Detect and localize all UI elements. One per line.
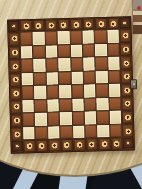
gold-ring-ornament-icon [11,76,19,84]
board-square-e5[interactable] [71,71,83,84]
gold-ring-ornament-icon [38,142,46,150]
board-square-f3[interactable] [84,98,96,111]
board-clasp-latch [130,79,137,89]
gold-ring-ornament-icon [22,22,30,30]
gold-ring-ornament-icon [123,113,131,121]
frame-ornament-cell [60,139,73,151]
board-square-h1[interactable] [110,124,122,137]
gold-ring-ornament-icon [12,89,20,97]
board-square-f2[interactable] [85,111,97,124]
frame-ornament-cell [11,127,22,141]
frame-ornament-cell [48,139,61,151]
gold-ring-ornament-icon [121,32,129,40]
board-square-g4[interactable] [96,84,108,97]
frame-ornament-cell [23,140,36,152]
gold-ring-ornament-icon [13,130,21,138]
frame-ornament-cell [82,18,95,29]
frame-ornament-cell [122,110,133,124]
board-square-c2[interactable] [48,112,60,125]
frame-ornament-cell [9,59,20,73]
gold-ring-ornament-icon [122,59,130,67]
board-square-b1[interactable] [36,126,48,139]
board-square-f6[interactable] [83,57,95,70]
board-square-d8[interactable] [58,31,70,44]
board-square-b5[interactable] [34,72,46,85]
board-square-f8[interactable] [82,30,94,43]
board-square-a8[interactable] [21,32,33,45]
board-square-g7[interactable] [95,43,107,56]
board-square-c5[interactable] [46,72,58,85]
board-square-h4[interactable] [109,84,121,97]
board-square-c8[interactable] [45,31,57,44]
board-square-d6[interactable] [58,58,70,71]
gold-ring-ornament-icon [109,19,117,27]
board-square-h5[interactable] [108,70,120,83]
frame-ornament-cell [57,19,70,30]
board-square-b8[interactable] [33,32,45,45]
board-square-h7[interactable] [107,43,119,56]
board-square-h8[interactable] [107,30,119,43]
board-square-d7[interactable] [58,45,70,58]
board-square-d3[interactable] [60,99,72,112]
frame-ornament-cell [35,140,48,152]
board-square-g2[interactable] [97,111,109,124]
frame-ornament-cell [94,18,107,29]
frame-corner-ornament [119,17,130,28]
gold-ring-ornament-icon [50,141,58,149]
board-square-a3[interactable] [22,100,34,113]
striped-object-at-table-edge [133,0,142,34]
frame-ornament-cell [9,45,20,59]
gold-ring-ornament-icon [100,140,108,148]
frame-ornament-cell [69,19,82,30]
frame-corner-ornament [8,20,19,31]
frame-corner-ornament [12,140,23,151]
red-dot [137,6,141,10]
frame-ornament-cell [8,31,19,45]
gold-ring-ornament-icon [84,20,92,28]
board-square-h3[interactable] [109,97,121,110]
board-square-f7[interactable] [83,44,95,57]
board-square-e6[interactable] [71,58,83,71]
board-square-e3[interactable] [72,98,84,111]
board-square-g8[interactable] [95,30,107,43]
board-square-g6[interactable] [95,57,107,70]
board-square-d4[interactable] [59,85,71,98]
board-square-f5[interactable] [83,71,95,84]
gold-ring-ornament-icon [10,48,18,56]
frame-ornament-cell [122,124,133,138]
frame-ornament-cell [85,138,98,150]
gold-ring-ornament-icon [12,116,20,124]
gold-ring-ornament-icon [59,21,67,29]
board-square-b4[interactable] [34,86,46,99]
frame-ornament-cell [121,96,132,110]
board-square-b6[interactable] [34,59,46,72]
gold-ring-ornament-icon [72,20,80,28]
board-square-g3[interactable] [97,97,109,110]
frame-ornament-cell [32,20,45,31]
frame-ornament-cell [44,19,57,30]
board-square-c1[interactable] [48,126,60,139]
frame-ornament-cell [19,20,32,31]
gold-ring-ornament-icon [25,142,33,150]
photo-scene [0,0,142,189]
board-square-d2[interactable] [60,112,72,125]
board-square-d5[interactable] [59,72,71,85]
board-square-c3[interactable] [47,99,59,112]
board-square-f1[interactable] [85,125,97,138]
frame-ornament-cell [73,139,86,151]
board-square-f4[interactable] [84,84,96,97]
frame-ornament-cell [11,113,22,127]
frame-ornament-cell [10,86,21,100]
board-square-h2[interactable] [109,111,121,124]
frame-ornament-cell [10,72,21,86]
gold-ring-ornament-icon [47,21,55,29]
board-square-a6[interactable] [21,59,33,72]
board-square-g5[interactable] [96,70,108,83]
frame-ornament-cell [120,56,131,70]
gold-ring-ornament-icon [34,21,42,29]
board-square-b2[interactable] [35,113,47,126]
gold-ring-ornament-icon [97,20,105,28]
board-square-e4[interactable] [71,85,83,98]
frame-ornament-cell [110,138,123,150]
frame-ornament-cell [97,138,110,150]
frame-ornament-cell [120,42,131,56]
board-square-a5[interactable] [22,73,34,86]
board-square-e1[interactable] [73,125,85,138]
gold-ring-ornament-icon [121,45,129,53]
board-square-b7[interactable] [33,45,45,58]
chess-board [7,16,135,153]
gold-ring-ornament-icon [88,140,96,148]
board-square-c7[interactable] [46,45,58,58]
gold-ring-ornament-icon [10,35,18,43]
board-square-a1[interactable] [23,127,35,140]
gold-ring-ornament-icon [113,140,121,148]
gold-ring-ornament-icon [12,103,20,111]
gold-ring-ornament-icon [11,62,19,70]
board-square-g1[interactable] [97,124,109,137]
frame-ornament-cell [107,18,120,29]
frame-corner-ornament [122,137,133,148]
board-square-e2[interactable] [72,112,84,125]
board-square-c4[interactable] [47,85,59,98]
gold-ring-ornament-icon [124,127,132,135]
board-square-c6[interactable] [46,58,58,71]
board-square-a4[interactable] [22,86,34,99]
board-square-d1[interactable] [60,125,72,138]
board-square-h6[interactable] [108,57,120,70]
board-square-a2[interactable] [23,113,35,126]
gold-ring-ornament-icon [63,141,71,149]
board-square-b3[interactable] [35,99,47,112]
gold-ring-ornament-icon [123,100,131,108]
board-square-a7[interactable] [21,46,33,59]
gold-ring-ornament-icon [75,141,83,149]
board-squares [19,29,122,141]
frame-ornament-cell [119,28,130,42]
frame-ornament-cell [10,100,21,114]
board-square-e7[interactable] [70,44,82,57]
board-square-e8[interactable] [70,31,82,44]
